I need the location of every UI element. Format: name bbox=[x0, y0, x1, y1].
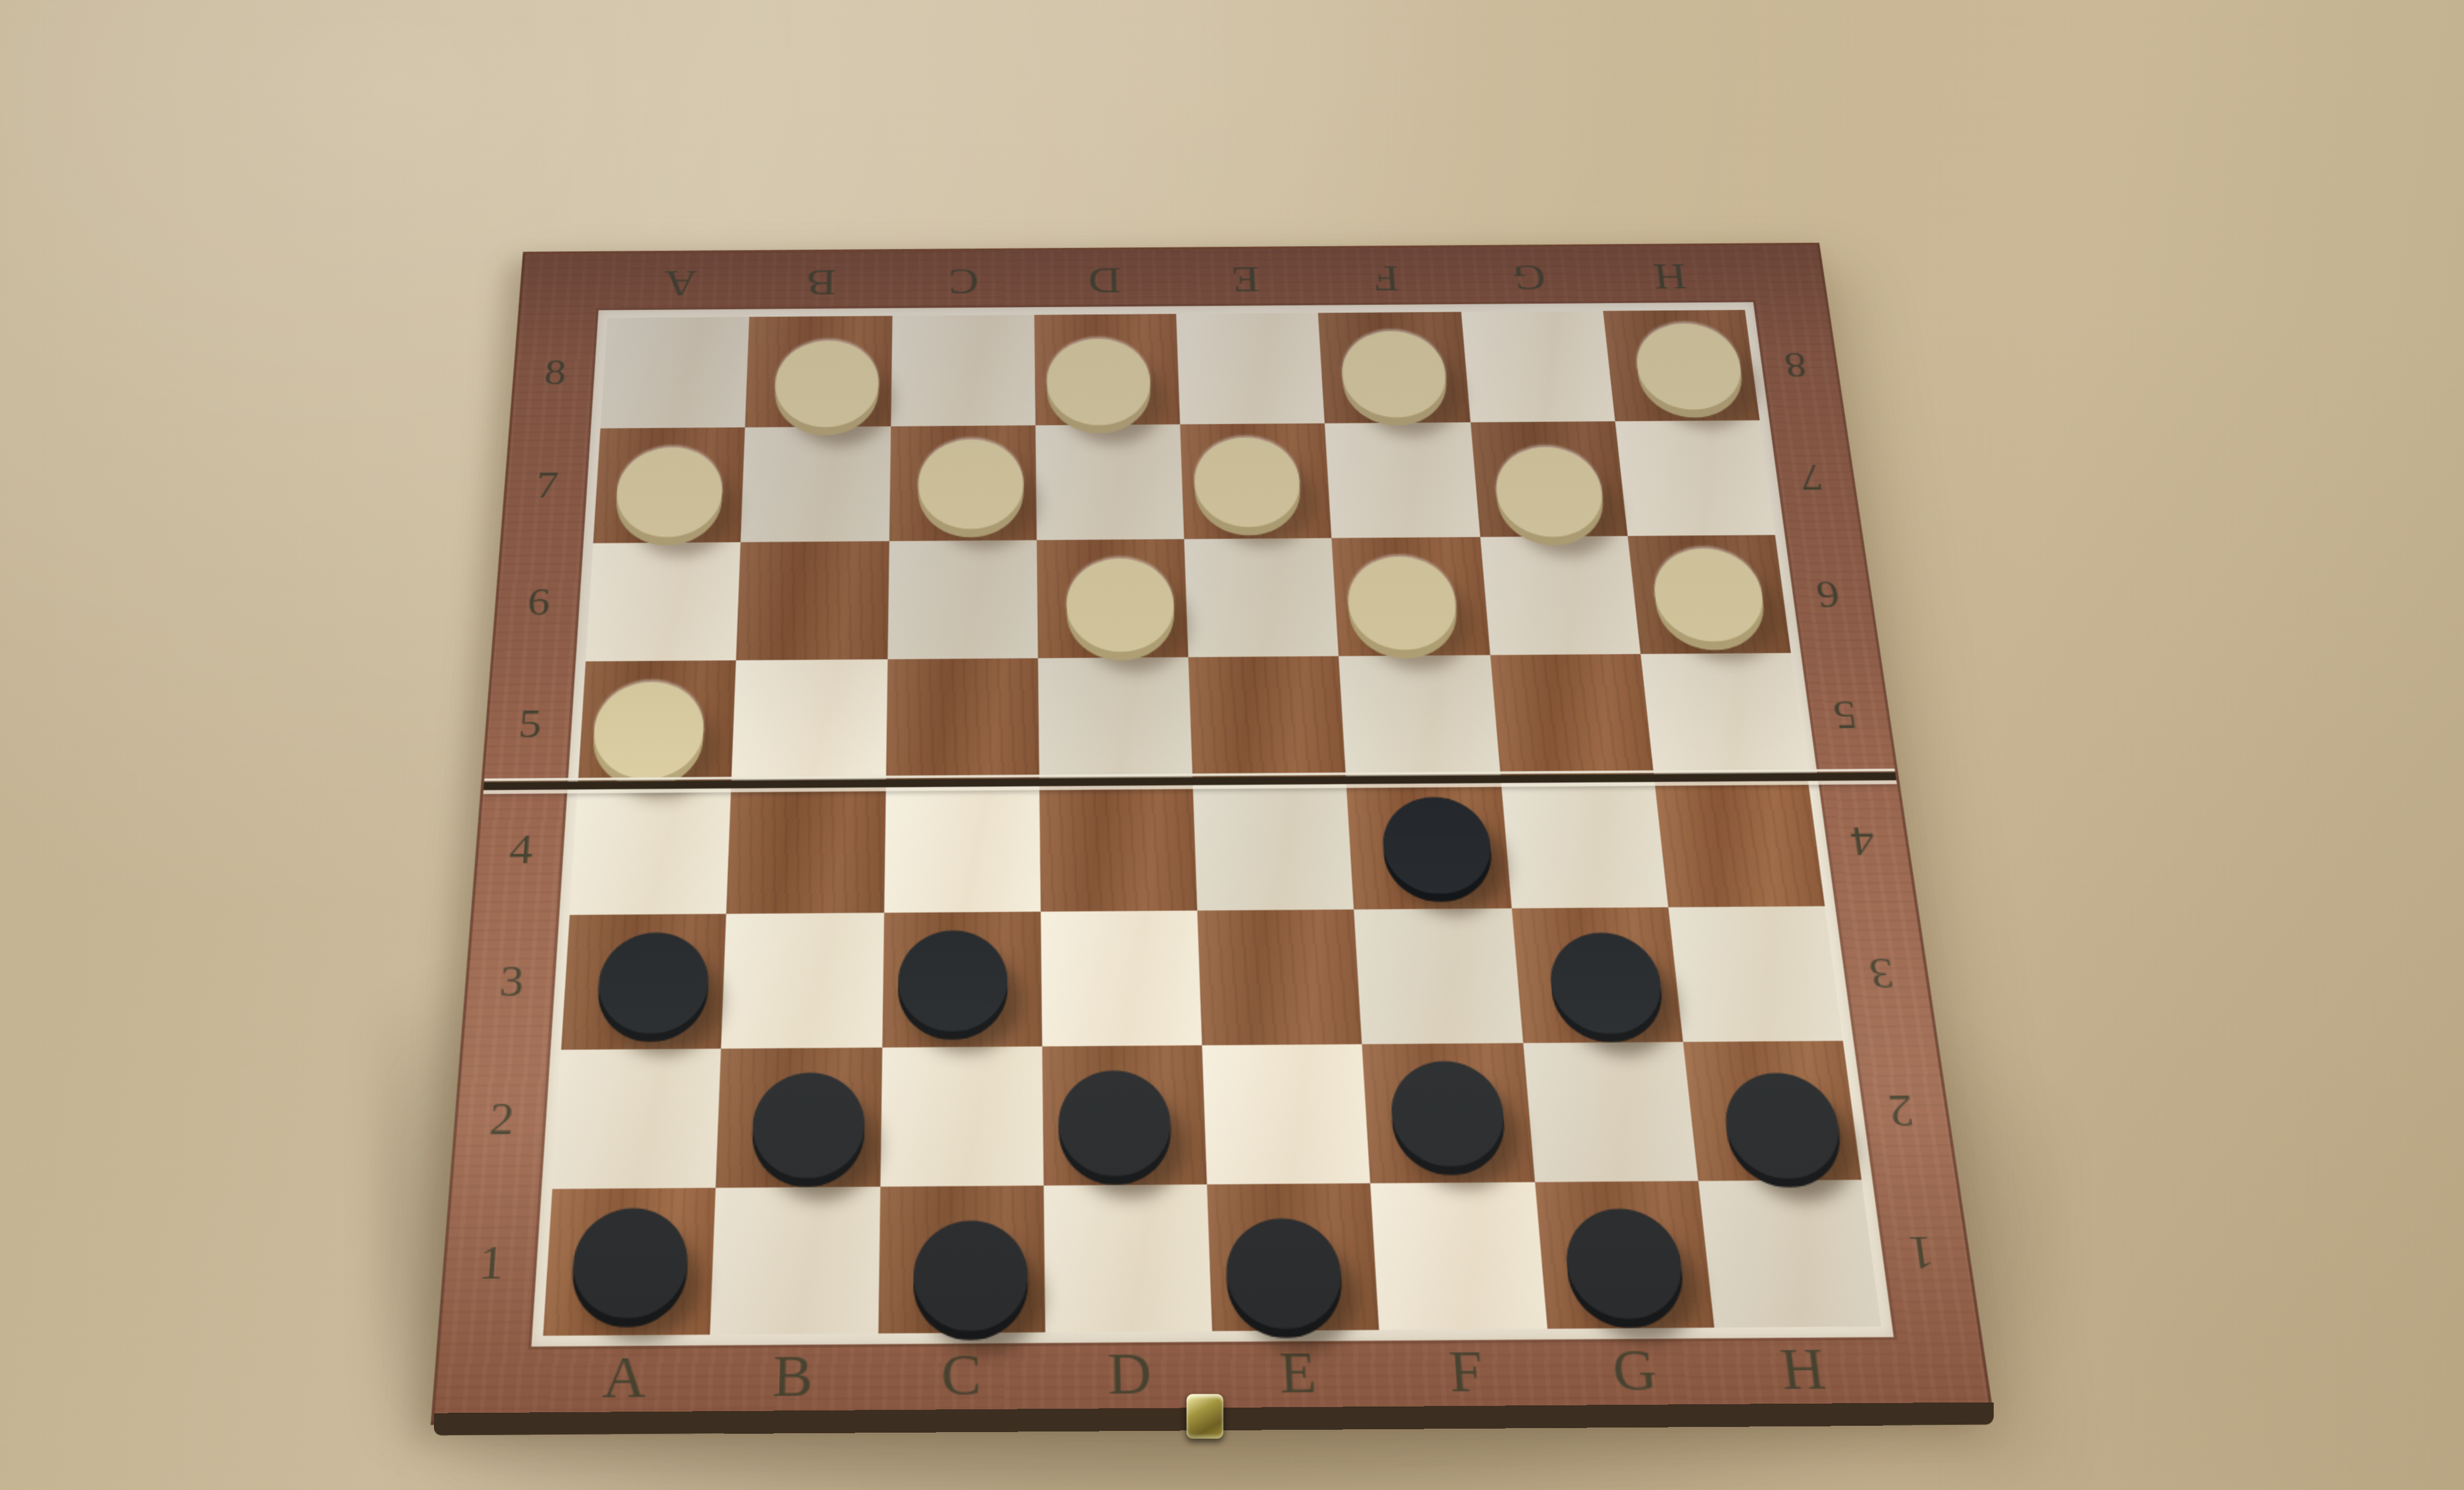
rank-label-left-7: 7 bbox=[508, 428, 586, 543]
playing-area: ●●●●●●●●●●●●●●●●●●●●●●●● bbox=[531, 302, 1893, 1347]
black-man-g1: ● bbox=[1551, 1180, 1695, 1324]
file-label-bottom-g: G bbox=[1547, 1332, 1723, 1408]
rank-label-right-7: 7 bbox=[1769, 419, 1855, 534]
black-man-c3: ● bbox=[889, 903, 1016, 1036]
black-man-e1: ● bbox=[1215, 1190, 1352, 1334]
rank-label-left-6: 6 bbox=[499, 542, 578, 662]
folding-chessboard: ABCDEFGH ABCDEFGH 87654321 87654321 ●●●●… bbox=[431, 243, 1994, 1425]
file-labels-top: ABCDEFGH bbox=[608, 252, 1743, 308]
white-man-b8: ● bbox=[766, 318, 887, 432]
file-label-bottom-b: B bbox=[707, 1338, 878, 1414]
photo-of-checkers-board: ABCDEFGH ABCDEFGH 87654321 87654321 ●●●●… bbox=[0, 0, 2464, 1490]
black-man-c1: ● bbox=[905, 1192, 1037, 1337]
black-man-h2: ● bbox=[1709, 1046, 1854, 1184]
black-man-f4: ● bbox=[1371, 771, 1502, 899]
rank-label-left-8: 8 bbox=[517, 318, 593, 429]
black-man-d2: ● bbox=[1050, 1044, 1180, 1182]
board-perspective-wrap: ABCDEFGH ABCDEFGH 87654321 87654321 ●●●●… bbox=[431, 243, 1994, 1425]
file-label-top-f: F bbox=[1315, 254, 1460, 303]
file-label-top-g: G bbox=[1456, 253, 1602, 302]
file-label-top-a: A bbox=[608, 259, 751, 308]
white-man-a7: ● bbox=[607, 424, 733, 542]
white-man-f6: ● bbox=[1337, 533, 1468, 656]
white-man-g7: ● bbox=[1483, 423, 1615, 541]
rank-label-right-8: 8 bbox=[1754, 310, 1837, 420]
rank-label-left-1: 1 bbox=[447, 1190, 536, 1337]
file-label-top-d: D bbox=[1033, 256, 1176, 304]
file-label-top-e: E bbox=[1174, 255, 1318, 304]
file-label-bottom-h: H bbox=[1714, 1331, 1891, 1406]
rank-label-left-2: 2 bbox=[458, 1049, 545, 1190]
white-man-e7: ● bbox=[1184, 414, 1310, 532]
black-man-f2: ● bbox=[1379, 1034, 1516, 1172]
black-man-a3: ● bbox=[588, 905, 719, 1038]
file-label-bottom-f: F bbox=[1380, 1333, 1553, 1409]
rank-label-left-3: 3 bbox=[469, 915, 553, 1050]
brass-clasp bbox=[1187, 1394, 1223, 1439]
black-man-g3: ● bbox=[1536, 905, 1674, 1038]
black-man-b2: ● bbox=[743, 1045, 874, 1184]
table-surface: ABCDEFGH ABCDEFGH 87654321 87654321 ●●●●… bbox=[0, 0, 2464, 1489]
file-label-top-b: B bbox=[750, 258, 892, 307]
white-man-h6: ● bbox=[1639, 525, 1776, 647]
rank-label-left-4: 4 bbox=[479, 786, 562, 915]
white-man-d8: ● bbox=[1039, 316, 1159, 429]
white-man-f8: ● bbox=[1331, 308, 1457, 422]
white-man-h8: ● bbox=[1622, 301, 1754, 414]
file-label-top-c: C bbox=[892, 257, 1034, 306]
rank-label-left-5: 5 bbox=[490, 662, 570, 786]
black-man-a1: ● bbox=[562, 1179, 699, 1324]
pieces-layer: ●●●●●●●●●●●●●●●●●●●●●●●● bbox=[543, 310, 1881, 1336]
file-label-bottom-a: A bbox=[538, 1339, 710, 1415]
white-man-c7: ● bbox=[911, 416, 1031, 533]
white-man-d6: ● bbox=[1058, 535, 1183, 657]
white-man-a5: ● bbox=[583, 657, 715, 784]
